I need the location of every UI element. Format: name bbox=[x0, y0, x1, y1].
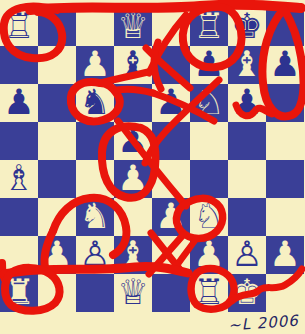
piece-wK-g1: ♚ bbox=[231, 274, 262, 311]
square-f5 bbox=[190, 122, 228, 160]
square-e7 bbox=[152, 46, 190, 84]
square-g1: ♚ bbox=[228, 274, 266, 312]
square-a7 bbox=[0, 46, 38, 84]
piece-wR-a8: ♖ bbox=[3, 8, 34, 45]
square-e8 bbox=[152, 8, 190, 46]
square-d4: ♟ bbox=[114, 160, 152, 198]
piece-wP-g2: ♙ bbox=[231, 236, 262, 273]
square-f8: ♖ bbox=[190, 8, 228, 46]
square-a6: ♟ bbox=[0, 84, 38, 122]
square-f1: ♖ bbox=[190, 274, 228, 312]
square-b3 bbox=[38, 198, 76, 236]
piece-bP-a6: ♟ bbox=[3, 84, 34, 121]
square-h6 bbox=[266, 84, 304, 122]
square-g2: ♙ bbox=[228, 236, 266, 274]
piece-bP-d5: ♟ bbox=[117, 122, 148, 159]
square-b1 bbox=[38, 274, 76, 312]
square-c2: ♙ bbox=[76, 236, 114, 274]
square-e1 bbox=[152, 274, 190, 312]
piece-bK-g8: ♚ bbox=[231, 8, 262, 45]
square-e6: ♟ bbox=[152, 84, 190, 122]
square-d1: ♕ bbox=[114, 274, 152, 312]
piece-wP-f2: ♟ bbox=[193, 236, 224, 273]
piece-wP-d4: ♟ bbox=[117, 160, 148, 197]
piece-bR-f8: ♖ bbox=[193, 8, 224, 45]
square-h3 bbox=[266, 198, 304, 236]
square-d8: ♕ bbox=[114, 8, 152, 46]
square-e2 bbox=[152, 236, 190, 274]
square-g8: ♚ bbox=[228, 8, 266, 46]
square-b5 bbox=[38, 122, 76, 160]
piece-wN-f3: ♘ bbox=[193, 198, 224, 235]
square-d5: ♟ bbox=[114, 122, 152, 160]
piece-bN-f6: ♘ bbox=[193, 84, 224, 121]
square-a2 bbox=[0, 236, 38, 274]
piece-wP-c7: ♟ bbox=[79, 46, 110, 83]
square-b2: ♟ bbox=[38, 236, 76, 274]
square-e3: ♟ bbox=[152, 198, 190, 236]
piece-wQ-d1: ♕ bbox=[117, 274, 148, 311]
square-h8 bbox=[266, 8, 304, 46]
piece-bP-e6: ♟ bbox=[155, 84, 186, 121]
square-e4 bbox=[152, 160, 190, 198]
piece-bP-f7: ♟ bbox=[193, 46, 224, 83]
square-b7 bbox=[38, 46, 76, 84]
piece-wP-h2: ♟ bbox=[269, 236, 300, 273]
square-g5 bbox=[228, 122, 266, 160]
piece-bP-h7: ♟ bbox=[269, 46, 300, 83]
square-g6: ♟ bbox=[228, 84, 266, 122]
square-a5 bbox=[0, 122, 38, 160]
piece-wB-d2: ♝ bbox=[117, 236, 148, 273]
square-c3: ♞ bbox=[76, 198, 114, 236]
piece-wP-b2: ♟ bbox=[41, 236, 72, 273]
square-c7: ♟ bbox=[76, 46, 114, 84]
square-d7: ♝ bbox=[114, 46, 152, 84]
square-a3 bbox=[0, 198, 38, 236]
square-g4 bbox=[228, 160, 266, 198]
artist-signature: ~L 2006 bbox=[228, 312, 300, 334]
piece-bN-c6: ♞ bbox=[79, 84, 110, 121]
square-e5 bbox=[152, 122, 190, 160]
square-h2: ♟ bbox=[266, 236, 304, 274]
square-a8: ♖ bbox=[0, 8, 38, 46]
square-h5 bbox=[266, 122, 304, 160]
square-h4 bbox=[266, 160, 304, 198]
square-c4 bbox=[76, 160, 114, 198]
square-d6 bbox=[114, 84, 152, 122]
piece-wR-f1: ♖ bbox=[193, 274, 224, 311]
square-g3 bbox=[228, 198, 266, 236]
square-f2: ♟ bbox=[190, 236, 228, 274]
square-d2: ♝ bbox=[114, 236, 152, 274]
square-c1 bbox=[76, 274, 114, 312]
hand-drawn-chess-artwork: ♖♕♖♚♟♝♟♝♟♟♞♟♘♟♟♗♟♞♟♘♟♙♝♟♙♟♜♕♖♚ ~L 2006 bbox=[0, 0, 305, 334]
square-c5 bbox=[76, 122, 114, 160]
chess-board: ♖♕♖♚♟♝♟♝♟♟♞♟♘♟♟♗♟♞♟♘♟♙♝♟♙♟♜♕♖♚ bbox=[0, 8, 304, 312]
square-a4: ♗ bbox=[0, 160, 38, 198]
square-d3 bbox=[114, 198, 152, 236]
square-b6 bbox=[38, 84, 76, 122]
square-b4 bbox=[38, 160, 76, 198]
square-h7: ♟ bbox=[266, 46, 304, 84]
square-c6: ♞ bbox=[76, 84, 114, 122]
square-g7: ♝ bbox=[228, 46, 266, 84]
piece-wN-c3: ♞ bbox=[79, 198, 110, 235]
square-h1 bbox=[266, 274, 304, 312]
piece-bP-g6: ♟ bbox=[231, 84, 262, 121]
piece-wB-g7: ♝ bbox=[231, 46, 262, 83]
square-a1: ♜ bbox=[0, 274, 38, 312]
piece-bQ-d8: ♕ bbox=[117, 8, 148, 45]
square-f3: ♘ bbox=[190, 198, 228, 236]
square-f7: ♟ bbox=[190, 46, 228, 84]
piece-bB-d7: ♝ bbox=[117, 46, 148, 83]
piece-wR-a1: ♜ bbox=[3, 274, 34, 311]
square-f4 bbox=[190, 160, 228, 198]
piece-wP-c2: ♙ bbox=[79, 236, 110, 273]
piece-wB-a4: ♗ bbox=[3, 160, 34, 197]
square-f6: ♘ bbox=[190, 84, 228, 122]
square-c8 bbox=[76, 8, 114, 46]
piece-wP-e3: ♟ bbox=[155, 198, 186, 235]
square-b8 bbox=[38, 8, 76, 46]
